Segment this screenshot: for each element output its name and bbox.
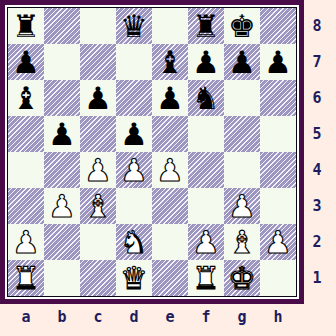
square-b5[interactable]: ♟: [44, 116, 80, 152]
file-labels: abcdefgh: [8, 302, 296, 332]
square-a7[interactable]: ♟: [8, 44, 44, 80]
square-a4[interactable]: [8, 152, 44, 188]
file-label-a: a: [8, 308, 44, 326]
square-a6[interactable]: ♝: [8, 80, 44, 116]
square-c7[interactable]: [80, 44, 116, 80]
square-b2[interactable]: [44, 224, 80, 260]
board: ♜♛♜♚♟♝♟♟♟♝♟♟♞♟♟♟♟♟♟♝♟♟♞♟♝♟♜♛♜♚: [7, 7, 297, 297]
square-f7[interactable]: ♟: [188, 44, 224, 80]
square-a2[interactable]: ♟: [8, 224, 44, 260]
square-c1[interactable]: [80, 260, 116, 296]
square-c3[interactable]: ♝: [80, 188, 116, 224]
square-h1[interactable]: [260, 260, 296, 296]
square-f2[interactable]: ♟: [188, 224, 224, 260]
file-label-b: b: [44, 308, 80, 326]
rank-label-1: 1: [302, 260, 332, 296]
square-c6[interactable]: ♟: [80, 80, 116, 116]
square-e2[interactable]: [152, 224, 188, 260]
square-b1[interactable]: [44, 260, 80, 296]
square-c5[interactable]: [80, 116, 116, 152]
rank-label-8: 8: [302, 8, 332, 44]
white-pawn: ♟: [12, 224, 40, 260]
square-h7[interactable]: ♟: [260, 44, 296, 80]
square-g6[interactable]: [224, 80, 260, 116]
file-label-g: g: [224, 308, 260, 326]
black-pawn: ♟: [120, 116, 148, 152]
square-f4[interactable]: [188, 152, 224, 188]
black-knight: ♞: [192, 80, 220, 116]
white-king: ♚: [228, 260, 256, 296]
square-d3[interactable]: [116, 188, 152, 224]
square-d1[interactable]: ♛: [116, 260, 152, 296]
square-h6[interactable]: [260, 80, 296, 116]
black-pawn: ♟: [84, 80, 112, 116]
square-g7[interactable]: ♟: [224, 44, 260, 80]
square-d8[interactable]: ♛: [116, 8, 152, 44]
square-h2[interactable]: ♟: [260, 224, 296, 260]
square-a8[interactable]: ♜: [8, 8, 44, 44]
square-f6[interactable]: ♞: [188, 80, 224, 116]
square-d5[interactable]: ♟: [116, 116, 152, 152]
square-d4[interactable]: ♟: [116, 152, 152, 188]
black-bishop: ♝: [12, 80, 40, 116]
square-g2[interactable]: ♝: [224, 224, 260, 260]
white-rook: ♜: [192, 260, 220, 296]
board-frame: ♜♛♜♚♟♝♟♟♟♝♟♟♞♟♟♟♟♟♟♝♟♟♞♟♝♟♜♛♜♚: [0, 0, 304, 304]
file-label-h: h: [260, 308, 296, 326]
white-queen: ♛: [120, 260, 148, 296]
black-rook: ♜: [192, 8, 220, 44]
rank-labels: 87654321: [302, 8, 332, 296]
square-a3[interactable]: [8, 188, 44, 224]
rank-label-7: 7: [302, 44, 332, 80]
square-e1[interactable]: [152, 260, 188, 296]
square-e5[interactable]: [152, 116, 188, 152]
rank-label-4: 4: [302, 152, 332, 188]
white-pawn: ♟: [84, 152, 112, 188]
white-pawn: ♟: [156, 152, 184, 188]
square-f1[interactable]: ♜: [188, 260, 224, 296]
square-d6[interactable]: [116, 80, 152, 116]
black-pawn: ♟: [48, 116, 76, 152]
file-label-e: e: [152, 308, 188, 326]
black-pawn: ♟: [156, 80, 184, 116]
square-d7[interactable]: [116, 44, 152, 80]
square-c8[interactable]: [80, 8, 116, 44]
white-knight: ♞: [120, 224, 148, 260]
square-e6[interactable]: ♟: [152, 80, 188, 116]
square-d2[interactable]: ♞: [116, 224, 152, 260]
file-label-d: d: [116, 308, 152, 326]
black-pawn: ♟: [192, 44, 220, 80]
white-pawn: ♟: [264, 224, 292, 260]
black-king: ♚: [228, 8, 256, 44]
white-bishop: ♝: [84, 188, 112, 224]
black-bishop: ♝: [156, 44, 184, 80]
white-bishop: ♝: [228, 224, 256, 260]
square-h3[interactable]: [260, 188, 296, 224]
square-e3[interactable]: [152, 188, 188, 224]
square-e8[interactable]: [152, 8, 188, 44]
square-h4[interactable]: [260, 152, 296, 188]
square-f8[interactable]: ♜: [188, 8, 224, 44]
square-h8[interactable]: [260, 8, 296, 44]
rank-label-5: 5: [302, 116, 332, 152]
square-g3[interactable]: ♟: [224, 188, 260, 224]
square-a5[interactable]: [8, 116, 44, 152]
file-label-c: c: [80, 308, 116, 326]
square-g5[interactable]: [224, 116, 260, 152]
rank-label-2: 2: [302, 224, 332, 260]
black-pawn: ♟: [264, 44, 292, 80]
rank-label-3: 3: [302, 188, 332, 224]
square-f5[interactable]: [188, 116, 224, 152]
square-b7[interactable]: [44, 44, 80, 80]
square-b6[interactable]: [44, 80, 80, 116]
square-f3[interactable]: [188, 188, 224, 224]
square-g8[interactable]: ♚: [224, 8, 260, 44]
white-pawn: ♟: [228, 188, 256, 224]
black-pawn: ♟: [228, 44, 256, 80]
square-b4[interactable]: [44, 152, 80, 188]
rank-label-6: 6: [302, 80, 332, 116]
square-b3[interactable]: ♟: [44, 188, 80, 224]
white-pawn: ♟: [192, 224, 220, 260]
square-a1[interactable]: ♜: [8, 260, 44, 296]
square-c4[interactable]: ♟: [80, 152, 116, 188]
square-e7[interactable]: ♝: [152, 44, 188, 80]
square-b8[interactable]: [44, 8, 80, 44]
square-c2[interactable]: [80, 224, 116, 260]
file-label-f: f: [188, 308, 224, 326]
white-pawn: ♟: [48, 188, 76, 224]
square-g4[interactable]: [224, 152, 260, 188]
white-pawn: ♟: [120, 152, 148, 188]
black-pawn: ♟: [12, 44, 40, 80]
square-h5[interactable]: [260, 116, 296, 152]
square-g1[interactable]: ♚: [224, 260, 260, 296]
square-e4[interactable]: ♟: [152, 152, 188, 188]
black-rook: ♜: [12, 8, 40, 44]
white-rook: ♜: [12, 260, 40, 296]
black-queen: ♛: [120, 8, 148, 44]
